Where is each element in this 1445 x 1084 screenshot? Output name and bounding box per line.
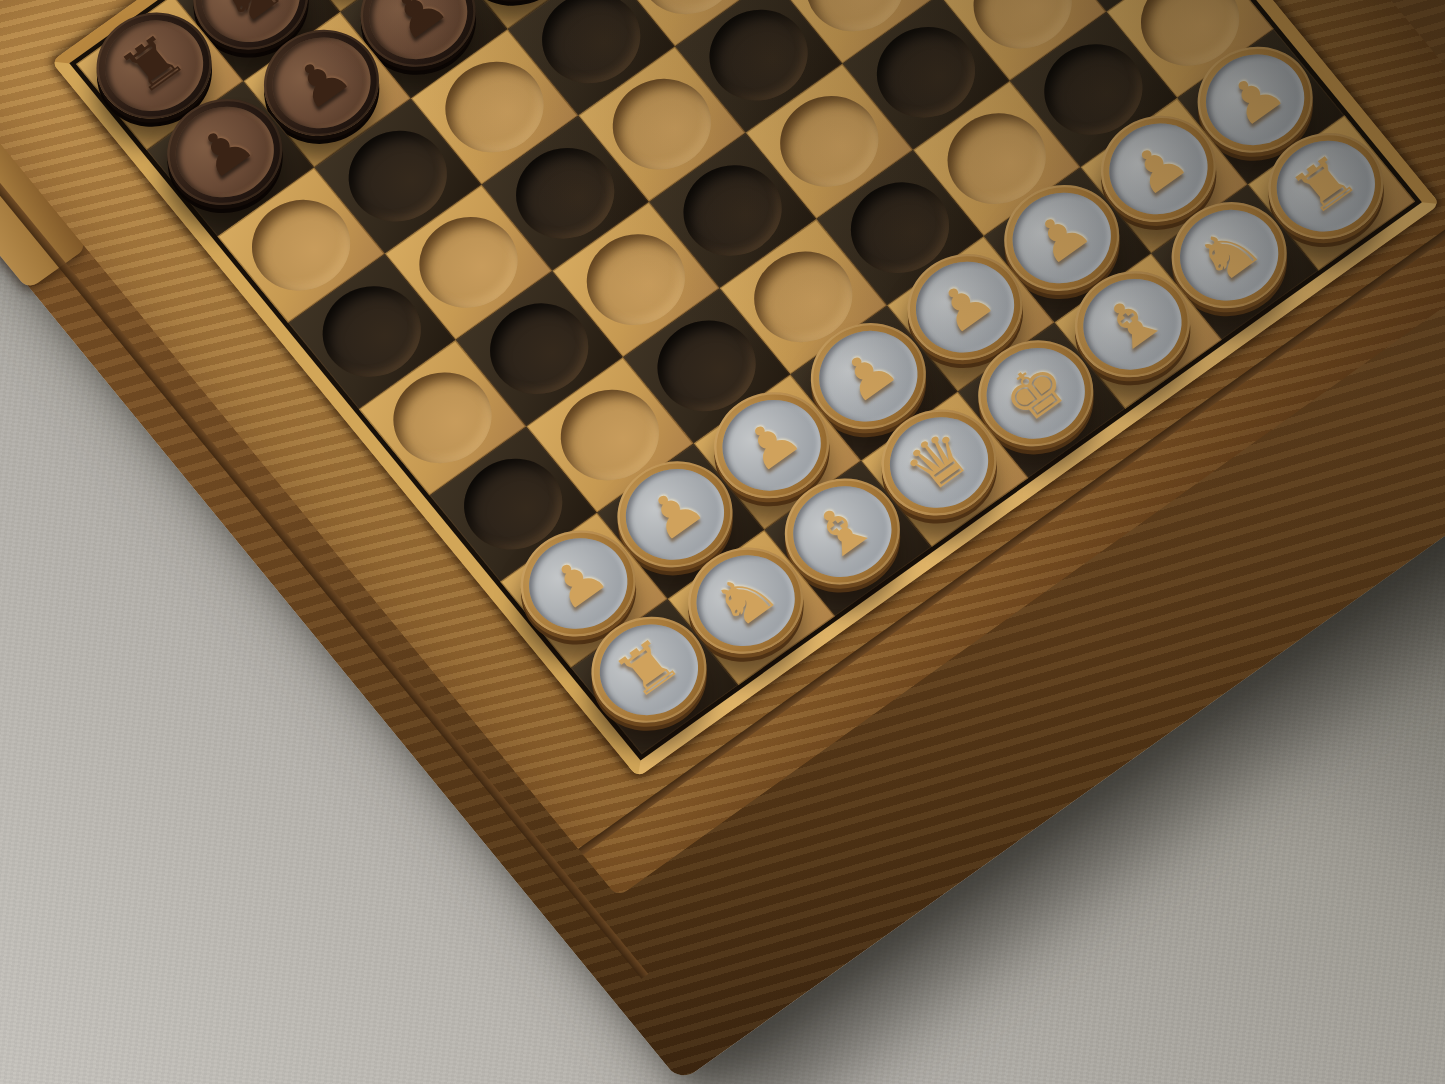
- king-glyph: ♚: [989, 350, 1080, 436]
- pawn-glyph: ♟: [281, 45, 360, 119]
- pawn-glyph: ♟: [925, 269, 1004, 343]
- pawn-glyph: ♟: [185, 114, 264, 188]
- pawn-glyph: ♟: [828, 338, 907, 412]
- rook-glyph: ♜: [1283, 145, 1368, 225]
- pawn-glyph: ♟: [635, 476, 714, 550]
- bishop-glyph: ♝: [798, 489, 886, 572]
- pawn-glyph: ♟: [538, 546, 617, 620]
- pawn-glyph: ♟: [1118, 131, 1197, 205]
- pawn-glyph: ♟: [1022, 200, 1101, 274]
- rook-glyph: ♜: [111, 25, 196, 105]
- knight-glyph: ♞: [701, 558, 789, 641]
- pawn-glyph: ♟: [732, 407, 811, 481]
- bishop-glyph: ♝: [1088, 282, 1176, 365]
- queen-glyph: ♛: [893, 419, 984, 505]
- knight-glyph: ♞: [1184, 213, 1272, 296]
- knight-glyph: ♞: [206, 0, 294, 37]
- photo-scene: ♜♞♝♛♚♝♞♜♟♟♟♟♟♟♟♟♟♟♟♟♟♟♟♟♜♞♝♛♚♝♞♜: [0, 0, 1445, 1084]
- pawn-glyph: ♟: [378, 0, 457, 50]
- pawn-glyph: ♟: [1215, 62, 1294, 136]
- rook-glyph: ♜: [606, 629, 691, 709]
